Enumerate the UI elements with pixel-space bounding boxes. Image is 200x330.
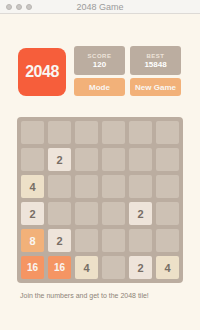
- score-label: SCORE: [88, 53, 112, 59]
- tile-8: 8: [21, 229, 44, 252]
- close-button[interactable]: [6, 4, 12, 10]
- tile-16: 16: [48, 256, 71, 279]
- empty-cell: [75, 121, 98, 144]
- empty-cell: [156, 202, 179, 225]
- traffic-lights: [6, 4, 32, 10]
- empty-cell: [129, 121, 152, 144]
- score-box: SCORE 120: [74, 46, 125, 75]
- tile-2: 2: [129, 256, 152, 279]
- empty-cell: [102, 121, 125, 144]
- new-game-button[interactable]: New Game: [130, 78, 181, 96]
- empty-cell: [102, 148, 125, 171]
- tile-2: 2: [129, 202, 152, 225]
- empty-cell: [156, 148, 179, 171]
- best-label: BEST: [146, 53, 164, 59]
- empty-cell: [75, 229, 98, 252]
- empty-cell: [102, 256, 125, 279]
- tile-16: 16: [21, 256, 44, 279]
- tagline: Join the numbers and get to the 2048 til…: [20, 292, 190, 299]
- tile-4: 4: [156, 256, 179, 279]
- tile-2: 2: [48, 148, 71, 171]
- empty-cell: [102, 202, 125, 225]
- empty-cell: [75, 202, 98, 225]
- best-value: 15848: [144, 60, 166, 69]
- empty-cell: [102, 175, 125, 198]
- board[interactable]: 2422821616424: [17, 117, 183, 283]
- game-logo-tile: 2048: [18, 48, 66, 96]
- empty-cell: [48, 121, 71, 144]
- score-value: 120: [93, 60, 106, 69]
- empty-cell: [156, 229, 179, 252]
- tile-2: 2: [21, 202, 44, 225]
- empty-cell: [156, 175, 179, 198]
- empty-cell: [129, 148, 152, 171]
- empty-cell: [48, 202, 71, 225]
- minimize-button[interactable]: [16, 4, 22, 10]
- empty-cell: [75, 175, 98, 198]
- empty-cell: [21, 148, 44, 171]
- empty-cell: [129, 175, 152, 198]
- best-box: BEST 15848: [130, 46, 181, 75]
- tile-4: 4: [75, 256, 98, 279]
- tile-4: 4: [21, 175, 44, 198]
- empty-cell: [48, 175, 71, 198]
- mode-button[interactable]: Mode: [74, 78, 125, 96]
- zoom-button[interactable]: [26, 4, 32, 10]
- empty-cell: [129, 229, 152, 252]
- tile-2: 2: [48, 229, 71, 252]
- empty-cell: [75, 148, 98, 171]
- empty-cell: [21, 121, 44, 144]
- empty-cell: [102, 229, 125, 252]
- window-titlebar: 2048 Game: [0, 0, 200, 14]
- empty-cell: [156, 121, 179, 144]
